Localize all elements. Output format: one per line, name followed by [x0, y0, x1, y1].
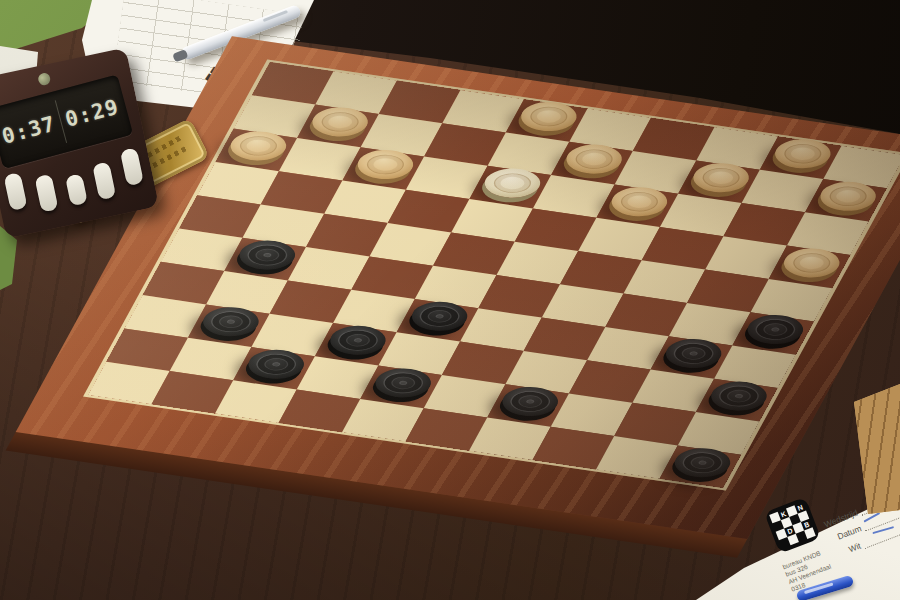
white-time: 0:37	[0, 112, 58, 149]
clock-button[interactable]	[120, 147, 144, 186]
draughts-board	[88, 62, 900, 488]
clock-button[interactable]	[65, 174, 88, 207]
clock-button[interactable]	[34, 174, 58, 213]
kndb-logo: KN DB	[764, 497, 821, 554]
black-time: 0:29	[63, 95, 122, 132]
clock-button[interactable]	[92, 161, 116, 200]
clock-button[interactable]	[3, 172, 27, 211]
clock-lens-icon	[37, 72, 51, 86]
draughts-tournament-photo: ❖ KN DB Notatiebiljet Wedstrijd Datum Wi…	[0, 0, 900, 600]
